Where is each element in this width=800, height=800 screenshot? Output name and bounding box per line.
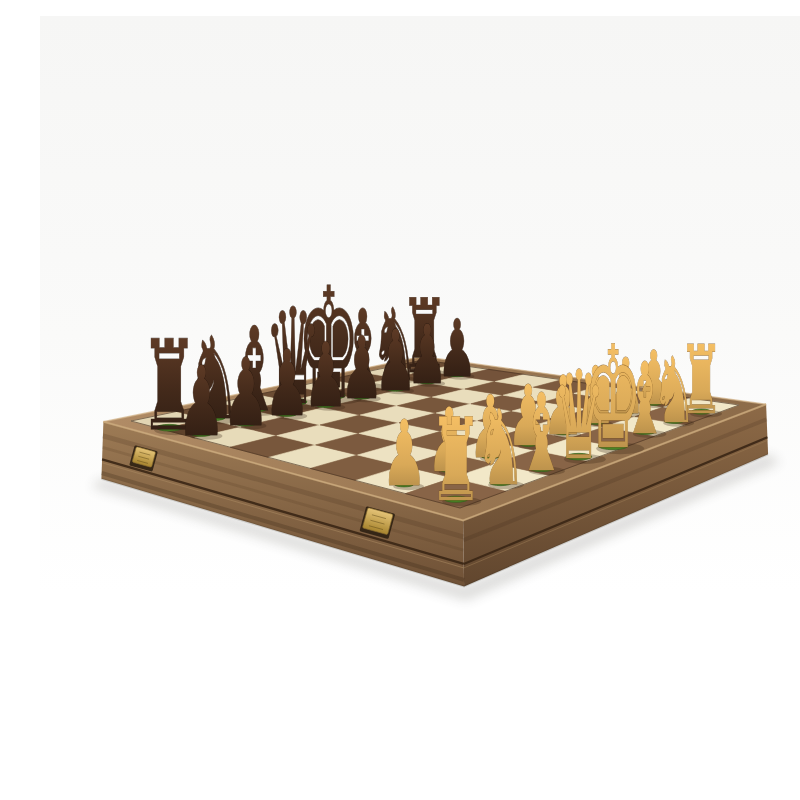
piece-black-pawn-b7: ♟ [222,338,269,447]
piece-white-knight-b1: ♞ [475,387,526,509]
svg-text:♟: ♟ [381,402,426,507]
svg-text:♞: ♞ [475,387,526,509]
svg-text:♟: ♟ [222,338,269,447]
piece-white-pawn-a2: ♟ [381,402,426,507]
svg-text:♟: ♟ [264,330,310,436]
piece-black-pawn-a7: ♟ [177,346,225,457]
chess-set-scene: ♜♟♞♟♝♟♚♟♛♟♟♝♜♟♟♞♞♟♟♜♝♟♟♚♟♛♟♝♟♞♟♜ [40,16,800,800]
piece-black-pawn-c7: ♟ [264,330,310,436]
svg-text:♟: ♟ [303,323,348,427]
product-photo: ♜♟♞♟♝♟♚♟♛♟♟♝♜♟♟♞♞♟♟♜♝♟♟♚♟♛♟♝♟♞♟♜ [40,16,800,800]
svg-text:♜: ♜ [429,394,482,528]
svg-text:♟: ♟ [177,346,225,457]
piece-white-rook-a1: ♜ [429,394,482,528]
piece-black-pawn-d7: ♟ [303,323,348,427]
